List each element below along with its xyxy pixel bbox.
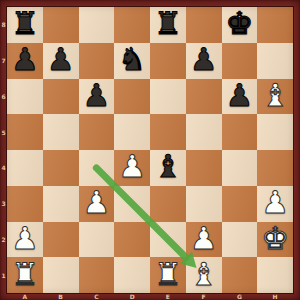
rank-label-4: 4 [0,150,7,186]
square-f3[interactable] [186,186,222,222]
square-b7[interactable]: ♟ [43,43,79,79]
square-d5[interactable] [114,114,150,150]
white-bishop-f1[interactable]: ♝ [190,257,218,292]
square-b4[interactable] [43,150,79,186]
square-d4[interactable]: ♟ [114,150,150,186]
square-c2[interactable] [79,222,115,258]
square-g7[interactable] [222,43,258,79]
square-e6[interactable] [150,79,186,115]
square-f1[interactable]: ♝ [186,257,222,293]
square-b6[interactable] [43,79,79,115]
square-h7[interactable] [257,43,293,79]
rank-label-1: 1 [0,257,7,293]
black-pawn-a7[interactable]: ♟ [11,42,39,77]
square-d8[interactable] [114,7,150,43]
square-a2[interactable]: ♟ [7,222,43,258]
square-e5[interactable] [150,114,186,150]
square-h5[interactable] [257,114,293,150]
square-g8[interactable]: ♚ [222,7,258,43]
square-f6[interactable] [186,79,222,115]
white-pawn-c3[interactable]: ♟ [82,185,110,220]
square-h8[interactable] [257,7,293,43]
square-c5[interactable] [79,114,115,150]
square-b2[interactable] [43,222,79,258]
white-pawn-f2[interactable]: ♟ [190,221,218,256]
square-b5[interactable] [43,114,79,150]
white-rook-e1[interactable]: ♜ [154,257,182,292]
white-pawn-a2[interactable]: ♟ [11,221,39,256]
rank-label-5: 5 [0,114,7,150]
chessboard-screenshot: ♜♜♚♟♟♞♟♟♟♝♟♝♟♟♟♟♚♜♜♝ 87654321ABCDEFGH [0,0,300,300]
square-a4[interactable] [7,150,43,186]
white-king-h2[interactable]: ♚ [261,221,289,256]
black-king-g8[interactable]: ♚ [225,6,253,41]
square-g5[interactable] [222,114,258,150]
square-g2[interactable] [222,222,258,258]
black-pawn-c6[interactable]: ♟ [82,78,110,113]
rank-label-7: 7 [0,43,7,79]
file-label-A: A [7,293,43,300]
black-rook-e8[interactable]: ♜ [154,6,182,41]
square-c7[interactable] [79,43,115,79]
chess-board[interactable]: ♜♜♚♟♟♞♟♟♟♝♟♝♟♟♟♟♚♜♜♝ [7,7,293,293]
file-label-F: F [186,293,222,300]
white-rook-a1[interactable]: ♜ [11,257,39,292]
black-pawn-b7[interactable]: ♟ [47,42,75,77]
square-e7[interactable] [150,43,186,79]
square-h2[interactable]: ♚ [257,222,293,258]
black-pawn-g6[interactable]: ♟ [225,78,253,113]
square-b8[interactable] [43,7,79,43]
file-label-H: H [257,293,293,300]
white-pawn-d4[interactable]: ♟ [118,149,146,184]
file-label-E: E [150,293,186,300]
square-a6[interactable] [7,79,43,115]
file-label-C: C [79,293,115,300]
square-d3[interactable] [114,186,150,222]
square-a8[interactable]: ♜ [7,7,43,43]
square-g6[interactable]: ♟ [222,79,258,115]
square-g3[interactable] [222,186,258,222]
black-pawn-f7[interactable]: ♟ [190,42,218,77]
file-label-D: D [114,293,150,300]
square-e2[interactable] [150,222,186,258]
square-f7[interactable]: ♟ [186,43,222,79]
square-c8[interactable] [79,7,115,43]
square-f4[interactable] [186,150,222,186]
square-c3[interactable]: ♟ [79,186,115,222]
square-h6[interactable]: ♝ [257,79,293,115]
black-bishop-e4[interactable]: ♝ [154,149,182,184]
square-a7[interactable]: ♟ [7,43,43,79]
square-e4[interactable]: ♝ [150,150,186,186]
square-c6[interactable]: ♟ [79,79,115,115]
square-a5[interactable] [7,114,43,150]
square-g1[interactable] [222,257,258,293]
white-bishop-h6[interactable]: ♝ [261,78,289,113]
square-b3[interactable] [43,186,79,222]
square-a3[interactable] [7,186,43,222]
square-e8[interactable]: ♜ [150,7,186,43]
white-pawn-h3[interactable]: ♟ [261,185,289,220]
square-d6[interactable] [114,79,150,115]
square-a1[interactable]: ♜ [7,257,43,293]
square-b1[interactable] [43,257,79,293]
black-rook-a8[interactable]: ♜ [11,6,39,41]
square-h4[interactable] [257,150,293,186]
black-knight-d7[interactable]: ♞ [118,42,146,77]
square-c1[interactable] [79,257,115,293]
file-label-G: G [222,293,258,300]
square-h3[interactable]: ♟ [257,186,293,222]
square-e1[interactable]: ♜ [150,257,186,293]
square-c4[interactable] [79,150,115,186]
square-f8[interactable] [186,7,222,43]
rank-label-6: 6 [0,79,7,115]
square-g4[interactable] [222,150,258,186]
rank-label-8: 8 [0,7,7,43]
rank-label-2: 2 [0,222,7,258]
square-d2[interactable] [114,222,150,258]
square-h1[interactable] [257,257,293,293]
rank-label-3: 3 [0,186,7,222]
square-f2[interactable]: ♟ [186,222,222,258]
square-d1[interactable] [114,257,150,293]
square-f5[interactable] [186,114,222,150]
square-d7[interactable]: ♞ [114,43,150,79]
file-label-B: B [43,293,79,300]
square-e3[interactable] [150,186,186,222]
